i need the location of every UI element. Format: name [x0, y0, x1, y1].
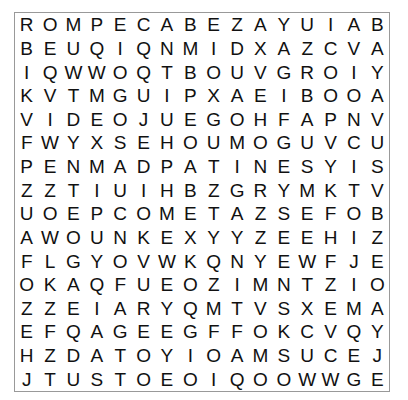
cell-r11c5[interactable]: O — [109, 249, 132, 273]
cell-r2c10[interactable]: D — [225, 37, 248, 61]
cell-r4c16[interactable]: A — [366, 84, 389, 108]
cell-r9c3[interactable]: E — [62, 202, 85, 226]
cell-r1c5[interactable]: E — [109, 13, 132, 37]
cell-r16c8[interactable]: O — [179, 367, 202, 391]
cell-r9c1[interactable]: U — [15, 202, 38, 226]
cell-r3c6[interactable]: Q — [132, 60, 155, 84]
cell-r9c9[interactable]: T — [202, 202, 225, 226]
cell-r8c7[interactable]: H — [155, 178, 178, 202]
cell-r3c1[interactable]: I — [15, 60, 38, 84]
cell-r2c5[interactable]: I — [109, 37, 132, 61]
cell-r8c1[interactable]: Z — [15, 178, 38, 202]
cell-r12c10[interactable]: I — [225, 273, 248, 297]
cell-r16c1[interactable]: J — [15, 367, 38, 391]
cell-r4c2[interactable]: V — [38, 84, 61, 108]
cell-r4c10[interactable]: A — [225, 84, 248, 108]
cell-r10c1[interactable]: A — [15, 226, 38, 250]
cell-r5c6[interactable]: J — [132, 108, 155, 132]
cell-r15c10[interactable]: A — [225, 344, 248, 368]
cell-r7c14[interactable]: Y — [319, 155, 342, 179]
cell-r2c7[interactable]: N — [155, 37, 178, 61]
cell-r12c12[interactable]: N — [272, 273, 295, 297]
cell-r4c7[interactable]: I — [155, 84, 178, 108]
cell-r15c8[interactable]: I — [179, 344, 202, 368]
cell-r9c15[interactable]: O — [342, 202, 365, 226]
cell-r3c5[interactable]: O — [109, 60, 132, 84]
cell-r8c11[interactable]: R — [249, 178, 272, 202]
cell-r12c3[interactable]: A — [62, 273, 85, 297]
cell-r4c9[interactable]: X — [202, 84, 225, 108]
cell-r5c9[interactable]: G — [202, 108, 225, 132]
cell-r11c1[interactable]: F — [15, 249, 38, 273]
cell-r8c3[interactable]: T — [62, 178, 85, 202]
cell-r7c15[interactable]: I — [342, 155, 365, 179]
cell-r8c10[interactable]: G — [225, 178, 248, 202]
cell-r4c6[interactable]: U — [132, 84, 155, 108]
cell-r7c11[interactable]: N — [249, 155, 272, 179]
cell-r16c16[interactable]: E — [366, 367, 389, 391]
cell-r9c7[interactable]: M — [155, 202, 178, 226]
cell-r15c13[interactable]: U — [296, 344, 319, 368]
cell-r8c12[interactable]: Y — [272, 178, 295, 202]
cell-r1c15[interactable]: A — [342, 13, 365, 37]
cell-r11c3[interactable]: G — [62, 249, 85, 273]
cell-r12c13[interactable]: T — [296, 273, 319, 297]
cell-r9c4[interactable]: P — [85, 202, 108, 226]
cell-r7c8[interactable]: A — [179, 155, 202, 179]
cell-r6c9[interactable]: U — [202, 131, 225, 155]
cell-r4c4[interactable]: M — [85, 84, 108, 108]
word-search-board: ROMPECABEZAYUIABBEUQIQNMIDXAZCVAIQWWOQTB… — [14, 12, 390, 392]
cell-r2c13[interactable]: Z — [296, 37, 319, 61]
cell-r10c10[interactable]: Y — [225, 226, 248, 250]
cell-r1c14[interactable]: I — [319, 13, 342, 37]
cell-r5c2[interactable]: I — [38, 108, 61, 132]
cell-r11c6[interactable]: V — [132, 249, 155, 273]
cell-r5c1[interactable]: V — [15, 108, 38, 132]
cell-r12c2[interactable]: K — [38, 273, 61, 297]
cell-r15c7[interactable]: Y — [155, 344, 178, 368]
cell-r15c4[interactable]: A — [85, 344, 108, 368]
cell-r3c13[interactable]: R — [296, 60, 319, 84]
cell-r6c3[interactable]: Y — [62, 131, 85, 155]
cell-r10c8[interactable]: X — [179, 226, 202, 250]
cell-r11c4[interactable]: Y — [85, 249, 108, 273]
cell-r5c4[interactable]: E — [85, 108, 108, 132]
cell-r15c15[interactable]: E — [342, 344, 365, 368]
cell-r10c15[interactable]: I — [342, 226, 365, 250]
cell-r6c10[interactable]: M — [225, 131, 248, 155]
cell-r8c2[interactable]: Z — [38, 178, 61, 202]
cell-r13c8[interactable]: Q — [179, 297, 202, 321]
cell-r9c11[interactable]: Z — [249, 202, 272, 226]
cell-r6c14[interactable]: V — [319, 131, 342, 155]
cell-r3c16[interactable]: Y — [366, 60, 389, 84]
cell-r7c10[interactable]: I — [225, 155, 248, 179]
cell-r1c8[interactable]: B — [179, 13, 202, 37]
cell-r14c9[interactable]: F — [202, 320, 225, 344]
cell-r13c12[interactable]: S — [272, 297, 295, 321]
cell-r11c2[interactable]: L — [38, 249, 61, 273]
cell-r16c15[interactable]: G — [342, 367, 365, 391]
cell-r5c12[interactable]: F — [272, 108, 295, 132]
cell-r2c16[interactable]: A — [366, 37, 389, 61]
cell-r5c15[interactable]: N — [342, 108, 365, 132]
cell-r11c12[interactable]: E — [272, 249, 295, 273]
cell-r12c1[interactable]: O — [15, 273, 38, 297]
cell-r2c4[interactable]: Q — [85, 37, 108, 61]
cell-r8c16[interactable]: V — [366, 178, 389, 202]
cell-r14c16[interactable]: Y — [366, 320, 389, 344]
cell-r5c5[interactable]: O — [109, 108, 132, 132]
cell-r8c14[interactable]: K — [319, 178, 342, 202]
cell-r5c13[interactable]: A — [296, 108, 319, 132]
cell-r13c2[interactable]: Z — [38, 297, 61, 321]
cell-r11c16[interactable]: E — [366, 249, 389, 273]
cell-r4c3[interactable]: T — [62, 84, 85, 108]
cell-r2c8[interactable]: M — [179, 37, 202, 61]
cell-r1c13[interactable]: U — [296, 13, 319, 37]
cell-r4c11[interactable]: E — [249, 84, 272, 108]
cell-r13c5[interactable]: A — [109, 297, 132, 321]
cell-r4c14[interactable]: O — [319, 84, 342, 108]
cell-r9c12[interactable]: S — [272, 202, 295, 226]
cell-r13c3[interactable]: E — [62, 297, 85, 321]
cell-r1c3[interactable]: M — [62, 13, 85, 37]
cell-r12c16[interactable]: O — [366, 273, 389, 297]
cell-r7c6[interactable]: D — [132, 155, 155, 179]
cell-r14c14[interactable]: V — [319, 320, 342, 344]
cell-r10c7[interactable]: E — [155, 226, 178, 250]
cell-r3c7[interactable]: T — [155, 60, 178, 84]
cell-r8c5[interactable]: U — [109, 178, 132, 202]
cell-r12c4[interactable]: Q — [85, 273, 108, 297]
cell-r10c2[interactable]: W — [38, 226, 61, 250]
cell-r1c16[interactable]: B — [366, 13, 389, 37]
cell-r14c15[interactable]: Q — [342, 320, 365, 344]
cell-r13c1[interactable]: Z — [15, 297, 38, 321]
cell-r16c10[interactable]: Q — [225, 367, 248, 391]
cell-r14c1[interactable]: E — [15, 320, 38, 344]
cell-r2c2[interactable]: E — [38, 37, 61, 61]
cell-r6c12[interactable]: G — [272, 131, 295, 155]
cell-r5c10[interactable]: O — [225, 108, 248, 132]
cell-r3c15[interactable]: I — [342, 60, 365, 84]
cell-r13c14[interactable]: E — [319, 297, 342, 321]
cell-r16c12[interactable]: O — [272, 367, 295, 391]
cell-r14c2[interactable]: F — [38, 320, 61, 344]
cell-r16c4[interactable]: S — [85, 367, 108, 391]
cell-r11c9[interactable]: Q — [202, 249, 225, 273]
cell-r10c14[interactable]: H — [319, 226, 342, 250]
cell-r15c1[interactable]: H — [15, 344, 38, 368]
cell-r10c6[interactable]: K — [132, 226, 155, 250]
word-search-screenshot: ROMPECABEZAYUIABBEUQIQNMIDXAZCVAIQWWOQTB… — [0, 0, 408, 400]
cell-r2c11[interactable]: X — [249, 37, 272, 61]
cell-r14c3[interactable]: Q — [62, 320, 85, 344]
cell-r13c6[interactable]: R — [132, 297, 155, 321]
cell-r12c7[interactable]: E — [155, 273, 178, 297]
cell-r9c5[interactable]: C — [109, 202, 132, 226]
cell-r16c5[interactable]: T — [109, 367, 132, 391]
cell-r15c3[interactable]: D — [62, 344, 85, 368]
cell-r4c5[interactable]: G — [109, 84, 132, 108]
cell-r10c11[interactable]: Z — [249, 226, 272, 250]
cell-r13c10[interactable]: T — [225, 297, 248, 321]
cell-r11c14[interactable]: F — [319, 249, 342, 273]
cell-r14c5[interactable]: G — [109, 320, 132, 344]
cell-r14c6[interactable]: E — [132, 320, 155, 344]
cell-r6c4[interactable]: X — [85, 131, 108, 155]
cell-r13c7[interactable]: Y — [155, 297, 178, 321]
cell-r15c9[interactable]: O — [202, 344, 225, 368]
cell-r10c9[interactable]: Y — [202, 226, 225, 250]
cell-r3c2[interactable]: Q — [38, 60, 61, 84]
cell-r16c3[interactable]: U — [62, 367, 85, 391]
cell-r15c16[interactable]: J — [366, 344, 389, 368]
cell-r4c12[interactable]: I — [272, 84, 295, 108]
cell-r12c5[interactable]: F — [109, 273, 132, 297]
cell-r1c11[interactable]: A — [249, 13, 272, 37]
cell-r12c14[interactable]: Z — [319, 273, 342, 297]
cell-r16c2[interactable]: T — [38, 367, 61, 391]
cell-r1c10[interactable]: Z — [225, 13, 248, 37]
cell-r16c9[interactable]: I — [202, 367, 225, 391]
cell-r11c13[interactable]: W — [296, 249, 319, 273]
cell-r16c11[interactable]: O — [249, 367, 272, 391]
cell-r4c13[interactable]: B — [296, 84, 319, 108]
cell-r13c13[interactable]: X — [296, 297, 319, 321]
cell-r4c1[interactable]: K — [15, 84, 38, 108]
cell-r8c4[interactable]: I — [85, 178, 108, 202]
cell-r8c9[interactable]: Z — [202, 178, 225, 202]
cell-r1c4[interactable]: P — [85, 13, 108, 37]
cell-r3c11[interactable]: V — [249, 60, 272, 84]
cell-r9c8[interactable]: E — [179, 202, 202, 226]
cell-r8c6[interactable]: I — [132, 178, 155, 202]
cell-r7c13[interactable]: S — [296, 155, 319, 179]
cell-r15c2[interactable]: Z — [38, 344, 61, 368]
cell-r6c15[interactable]: C — [342, 131, 365, 155]
cell-r7c9[interactable]: T — [202, 155, 225, 179]
cell-r3c14[interactable]: O — [319, 60, 342, 84]
cell-r15c6[interactable]: O — [132, 344, 155, 368]
cell-r15c11[interactable]: M — [249, 344, 272, 368]
cell-r6c2[interactable]: W — [38, 131, 61, 155]
cell-r6c11[interactable]: O — [249, 131, 272, 155]
cell-r12c8[interactable]: O — [179, 273, 202, 297]
cell-r1c6[interactable]: C — [132, 13, 155, 37]
cell-r14c12[interactable]: K — [272, 320, 295, 344]
cell-r15c5[interactable]: T — [109, 344, 132, 368]
cell-r7c12[interactable]: E — [272, 155, 295, 179]
cell-r15c12[interactable]: S — [272, 344, 295, 368]
cell-r3c4[interactable]: W — [85, 60, 108, 84]
cell-r7c1[interactable]: P — [15, 155, 38, 179]
cell-r14c13[interactable]: C — [296, 320, 319, 344]
cell-r2c9[interactable]: I — [202, 37, 225, 61]
cell-r10c4[interactable]: U — [85, 226, 108, 250]
cell-r6c13[interactable]: U — [296, 131, 319, 155]
cell-r14c7[interactable]: E — [155, 320, 178, 344]
cell-r11c8[interactable]: K — [179, 249, 202, 273]
cell-r5c8[interactable]: E — [179, 108, 202, 132]
cell-r6c16[interactable]: U — [366, 131, 389, 155]
cell-r5c14[interactable]: P — [319, 108, 342, 132]
cell-r16c14[interactable]: W — [319, 367, 342, 391]
cell-r1c1[interactable]: R — [15, 13, 38, 37]
cell-r4c15[interactable]: O — [342, 84, 365, 108]
cell-r14c8[interactable]: G — [179, 320, 202, 344]
cell-r5c16[interactable]: V — [366, 108, 389, 132]
cell-r2c14[interactable]: C — [319, 37, 342, 61]
cell-r7c16[interactable]: S — [366, 155, 389, 179]
cell-r1c2[interactable]: O — [38, 13, 61, 37]
cell-r12c6[interactable]: U — [132, 273, 155, 297]
cell-r6c8[interactable]: O — [179, 131, 202, 155]
cell-r7c3[interactable]: N — [62, 155, 85, 179]
cell-r1c7[interactable]: A — [155, 13, 178, 37]
cell-r9c14[interactable]: F — [319, 202, 342, 226]
cell-r7c5[interactable]: A — [109, 155, 132, 179]
cell-r13c4[interactable]: I — [85, 297, 108, 321]
cell-r14c11[interactable]: O — [249, 320, 272, 344]
cell-r11c10[interactable]: N — [225, 249, 248, 273]
cell-r10c12[interactable]: E — [272, 226, 295, 250]
cell-r15c14[interactable]: C — [319, 344, 342, 368]
cell-r5c7[interactable]: U — [155, 108, 178, 132]
cell-r2c12[interactable]: A — [272, 37, 295, 61]
cell-r3c12[interactable]: G — [272, 60, 295, 84]
cell-r8c8[interactable]: B — [179, 178, 202, 202]
cell-r9c13[interactable]: E — [296, 202, 319, 226]
cell-r11c7[interactable]: W — [155, 249, 178, 273]
cell-r10c5[interactable]: N — [109, 226, 132, 250]
cell-r3c9[interactable]: O — [202, 60, 225, 84]
cell-r12c11[interactable]: M — [249, 273, 272, 297]
cell-r16c6[interactable]: O — [132, 367, 155, 391]
cell-r8c15[interactable]: T — [342, 178, 365, 202]
cell-r4c8[interactable]: P — [179, 84, 202, 108]
cell-r6c7[interactable]: H — [155, 131, 178, 155]
cell-r11c11[interactable]: Y — [249, 249, 272, 273]
cell-r10c13[interactable]: E — [296, 226, 319, 250]
cell-r9c10[interactable]: A — [225, 202, 248, 226]
cell-r7c4[interactable]: M — [85, 155, 108, 179]
cell-r3c10[interactable]: U — [225, 60, 248, 84]
cell-r10c3[interactable]: O — [62, 226, 85, 250]
cell-r6c6[interactable]: E — [132, 131, 155, 155]
cell-r2c3[interactable]: U — [62, 37, 85, 61]
cell-r5c11[interactable]: H — [249, 108, 272, 132]
cell-r11c15[interactable]: J — [342, 249, 365, 273]
cell-r16c7[interactable]: E — [155, 367, 178, 391]
cell-r12c15[interactable]: I — [342, 273, 365, 297]
cell-r13c16[interactable]: A — [366, 297, 389, 321]
cell-r3c8[interactable]: B — [179, 60, 202, 84]
cell-r9c16[interactable]: B — [366, 202, 389, 226]
cell-r9c2[interactable]: O — [38, 202, 61, 226]
cell-r16c13[interactable]: W — [296, 367, 319, 391]
cell-r1c9[interactable]: E — [202, 13, 225, 37]
cell-r2c1[interactable]: B — [15, 37, 38, 61]
cell-r10c16[interactable]: Z — [366, 226, 389, 250]
cell-r1c12[interactable]: Y — [272, 13, 295, 37]
cell-r9c6[interactable]: O — [132, 202, 155, 226]
cell-r6c1[interactable]: F — [15, 131, 38, 155]
cell-r7c7[interactable]: P — [155, 155, 178, 179]
cell-r12c9[interactable]: Z — [202, 273, 225, 297]
cell-r8c13[interactable]: M — [296, 178, 319, 202]
cell-r14c10[interactable]: F — [225, 320, 248, 344]
cell-r2c6[interactable]: Q — [132, 37, 155, 61]
cell-r6c5[interactable]: S — [109, 131, 132, 155]
cell-r13c15[interactable]: M — [342, 297, 365, 321]
cell-r3c3[interactable]: W — [62, 60, 85, 84]
cell-r7c2[interactable]: E — [38, 155, 61, 179]
cell-r2c15[interactable]: V — [342, 37, 365, 61]
cell-r13c11[interactable]: V — [249, 297, 272, 321]
cell-r13c9[interactable]: M — [202, 297, 225, 321]
cell-r5c3[interactable]: D — [62, 108, 85, 132]
cell-r14c4[interactable]: A — [85, 320, 108, 344]
